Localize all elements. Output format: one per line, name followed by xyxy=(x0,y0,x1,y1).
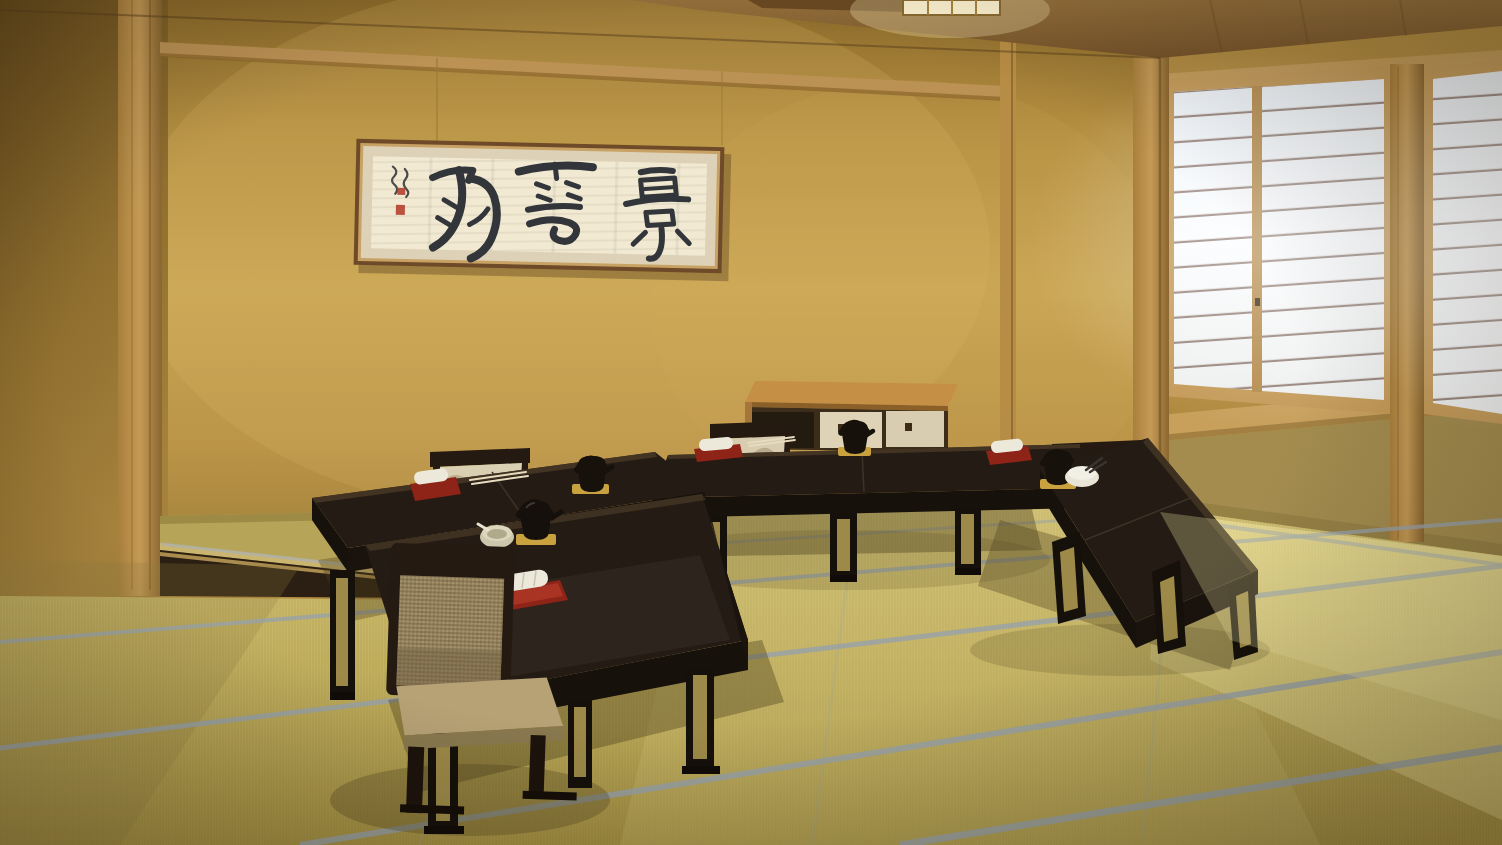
tatami-banquet-room-photo: 景雲飛 xyxy=(0,0,1502,845)
vignette xyxy=(0,0,1502,845)
room-scene: 景雲飛 xyxy=(0,0,1502,845)
